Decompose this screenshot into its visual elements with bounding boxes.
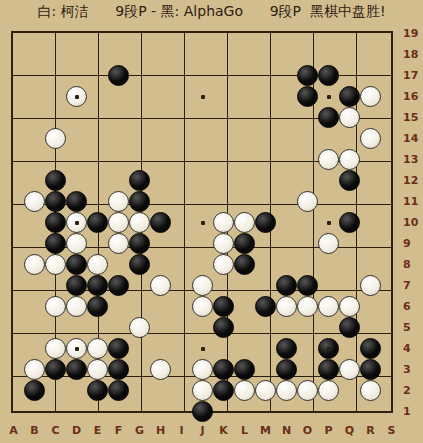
intersection-M14[interactable] (255, 128, 276, 149)
intersection-O18[interactable] (297, 44, 318, 65)
intersection-Q7[interactable] (339, 275, 360, 296)
intersection-P15[interactable] (318, 107, 339, 128)
intersection-Q18[interactable] (339, 44, 360, 65)
intersection-H18[interactable] (150, 44, 171, 65)
intersection-H9[interactable] (150, 233, 171, 254)
intersection-C8[interactable] (45, 254, 66, 275)
intersection-Q11[interactable] (339, 191, 360, 212)
intersection-D3[interactable] (66, 359, 87, 380)
intersection-F4[interactable] (108, 338, 129, 359)
intersection-F1[interactable] (108, 401, 129, 422)
intersection-Q15[interactable] (339, 107, 360, 128)
intersection-O11[interactable] (297, 191, 318, 212)
intersection-G1[interactable] (129, 401, 150, 422)
intersection-E12[interactable] (87, 170, 108, 191)
intersection-R19[interactable] (360, 23, 381, 44)
intersection-M12[interactable] (255, 170, 276, 191)
intersection-G4[interactable] (129, 338, 150, 359)
intersection-B10[interactable] (24, 212, 45, 233)
intersection-Q4[interactable] (339, 338, 360, 359)
intersection-E6[interactable] (87, 296, 108, 317)
intersection-C7[interactable] (45, 275, 66, 296)
intersection-C2[interactable] (45, 380, 66, 401)
intersection-B6[interactable] (24, 296, 45, 317)
intersection-E4[interactable] (87, 338, 108, 359)
intersection-S13[interactable] (381, 149, 402, 170)
intersection-E10[interactable] (87, 212, 108, 233)
intersection-A13[interactable] (3, 149, 24, 170)
intersection-C15[interactable] (45, 107, 66, 128)
intersection-J5[interactable] (192, 317, 213, 338)
intersection-E17[interactable] (87, 65, 108, 86)
intersection-H8[interactable] (150, 254, 171, 275)
intersection-Q17[interactable] (339, 65, 360, 86)
intersection-F13[interactable] (108, 149, 129, 170)
intersection-F6[interactable] (108, 296, 129, 317)
intersection-I4[interactable] (171, 338, 192, 359)
intersection-K15[interactable] (213, 107, 234, 128)
intersection-A19[interactable] (3, 23, 24, 44)
intersection-C18[interactable] (45, 44, 66, 65)
intersection-G15[interactable] (129, 107, 150, 128)
intersection-F2[interactable] (108, 380, 129, 401)
intersection-J1[interactable] (192, 401, 213, 422)
intersection-N2[interactable] (276, 380, 297, 401)
intersection-I2[interactable] (171, 380, 192, 401)
intersection-D2[interactable] (66, 380, 87, 401)
intersection-A8[interactable] (3, 254, 24, 275)
intersection-Q10[interactable] (339, 212, 360, 233)
intersection-J11[interactable] (192, 191, 213, 212)
intersection-G8[interactable] (129, 254, 150, 275)
intersection-L13[interactable] (234, 149, 255, 170)
intersection-Q2[interactable] (339, 380, 360, 401)
intersection-L16[interactable] (234, 86, 255, 107)
intersection-G19[interactable] (129, 23, 150, 44)
intersection-I8[interactable] (171, 254, 192, 275)
intersection-O15[interactable] (297, 107, 318, 128)
intersection-K1[interactable] (213, 401, 234, 422)
intersection-H6[interactable] (150, 296, 171, 317)
intersection-N1[interactable] (276, 401, 297, 422)
intersection-M7[interactable] (255, 275, 276, 296)
intersection-N3[interactable] (276, 359, 297, 380)
intersection-F17[interactable] (108, 65, 129, 86)
intersection-K5[interactable] (213, 317, 234, 338)
intersection-S7[interactable] (381, 275, 402, 296)
intersection-Q16[interactable] (339, 86, 360, 107)
intersection-L8[interactable] (234, 254, 255, 275)
intersection-M10[interactable] (255, 212, 276, 233)
intersection-L19[interactable] (234, 23, 255, 44)
intersection-P13[interactable] (318, 149, 339, 170)
intersection-L12[interactable] (234, 170, 255, 191)
intersection-B5[interactable] (24, 317, 45, 338)
intersection-J13[interactable] (192, 149, 213, 170)
intersection-F16[interactable] (108, 86, 129, 107)
intersection-I18[interactable] (171, 44, 192, 65)
intersection-D6[interactable] (66, 296, 87, 317)
intersection-B9[interactable] (24, 233, 45, 254)
intersection-G2[interactable] (129, 380, 150, 401)
intersection-O16[interactable] (297, 86, 318, 107)
intersection-D5[interactable] (66, 317, 87, 338)
intersection-L17[interactable] (234, 65, 255, 86)
intersection-K8[interactable] (213, 254, 234, 275)
intersection-K13[interactable] (213, 149, 234, 170)
intersection-F14[interactable] (108, 128, 129, 149)
intersection-N10[interactable] (276, 212, 297, 233)
intersection-R3[interactable] (360, 359, 381, 380)
intersection-Q8[interactable] (339, 254, 360, 275)
intersection-O10[interactable] (297, 212, 318, 233)
intersection-S12[interactable] (381, 170, 402, 191)
intersection-F9[interactable] (108, 233, 129, 254)
intersection-I10[interactable] (171, 212, 192, 233)
intersection-B19[interactable] (24, 23, 45, 44)
intersection-K12[interactable] (213, 170, 234, 191)
intersection-A1[interactable] (3, 401, 24, 422)
intersection-M19[interactable] (255, 23, 276, 44)
intersection-G10[interactable] (129, 212, 150, 233)
intersection-G7[interactable] (129, 275, 150, 296)
intersection-S18[interactable] (381, 44, 402, 65)
intersection-K3[interactable] (213, 359, 234, 380)
intersection-B4[interactable] (24, 338, 45, 359)
intersection-A5[interactable] (3, 317, 24, 338)
intersection-M6[interactable] (255, 296, 276, 317)
intersection-R12[interactable] (360, 170, 381, 191)
intersection-O8[interactable] (297, 254, 318, 275)
intersection-F12[interactable] (108, 170, 129, 191)
intersection-H12[interactable] (150, 170, 171, 191)
intersection-C12[interactable] (45, 170, 66, 191)
intersection-F8[interactable] (108, 254, 129, 275)
intersection-A9[interactable] (3, 233, 24, 254)
intersection-O19[interactable] (297, 23, 318, 44)
intersection-E8[interactable] (87, 254, 108, 275)
intersection-F5[interactable] (108, 317, 129, 338)
intersection-S11[interactable] (381, 191, 402, 212)
intersection-D19[interactable] (66, 23, 87, 44)
intersection-L15[interactable] (234, 107, 255, 128)
intersection-S10[interactable] (381, 212, 402, 233)
intersection-O1[interactable] (297, 401, 318, 422)
intersection-M9[interactable] (255, 233, 276, 254)
intersection-A15[interactable] (3, 107, 24, 128)
intersection-S8[interactable] (381, 254, 402, 275)
intersection-E7[interactable] (87, 275, 108, 296)
intersection-D17[interactable] (66, 65, 87, 86)
intersection-Q12[interactable] (339, 170, 360, 191)
intersection-P7[interactable] (318, 275, 339, 296)
intersection-H7[interactable] (150, 275, 171, 296)
intersection-D11[interactable] (66, 191, 87, 212)
intersection-L2[interactable] (234, 380, 255, 401)
intersection-G3[interactable] (129, 359, 150, 380)
intersection-D18[interactable] (66, 44, 87, 65)
intersection-E2[interactable] (87, 380, 108, 401)
intersection-E16[interactable] (87, 86, 108, 107)
intersection-N19[interactable] (276, 23, 297, 44)
intersection-F15[interactable] (108, 107, 129, 128)
intersection-J7[interactable] (192, 275, 213, 296)
intersection-G6[interactable] (129, 296, 150, 317)
intersection-A10[interactable] (3, 212, 24, 233)
intersection-S17[interactable] (381, 65, 402, 86)
intersection-P6[interactable] (318, 296, 339, 317)
intersection-O5[interactable] (297, 317, 318, 338)
intersection-N17[interactable] (276, 65, 297, 86)
intersection-L9[interactable] (234, 233, 255, 254)
intersection-H1[interactable] (150, 401, 171, 422)
intersection-S6[interactable] (381, 296, 402, 317)
intersection-Q3[interactable] (339, 359, 360, 380)
intersection-K18[interactable] (213, 44, 234, 65)
intersection-E1[interactable] (87, 401, 108, 422)
intersection-E9[interactable] (87, 233, 108, 254)
intersection-R9[interactable] (360, 233, 381, 254)
intersection-B14[interactable] (24, 128, 45, 149)
intersection-R7[interactable] (360, 275, 381, 296)
intersection-M3[interactable] (255, 359, 276, 380)
intersection-L3[interactable] (234, 359, 255, 380)
intersection-L18[interactable] (234, 44, 255, 65)
intersection-K2[interactable] (213, 380, 234, 401)
intersection-P18[interactable] (318, 44, 339, 65)
intersection-O2[interactable] (297, 380, 318, 401)
intersection-O7[interactable] (297, 275, 318, 296)
intersection-H19[interactable] (150, 23, 171, 44)
intersection-K10[interactable] (213, 212, 234, 233)
intersection-C14[interactable] (45, 128, 66, 149)
intersection-A11[interactable] (3, 191, 24, 212)
intersection-C6[interactable] (45, 296, 66, 317)
intersection-I11[interactable] (171, 191, 192, 212)
intersection-L6[interactable] (234, 296, 255, 317)
intersection-E3[interactable] (87, 359, 108, 380)
intersection-G5[interactable] (129, 317, 150, 338)
intersection-C1[interactable] (45, 401, 66, 422)
intersection-L4[interactable] (234, 338, 255, 359)
intersection-H3[interactable] (150, 359, 171, 380)
intersection-A6[interactable] (3, 296, 24, 317)
intersection-I16[interactable] (171, 86, 192, 107)
intersection-A12[interactable] (3, 170, 24, 191)
intersection-D8[interactable] (66, 254, 87, 275)
intersection-S3[interactable] (381, 359, 402, 380)
intersection-D14[interactable] (66, 128, 87, 149)
intersection-G9[interactable] (129, 233, 150, 254)
intersection-Q6[interactable] (339, 296, 360, 317)
intersection-G14[interactable] (129, 128, 150, 149)
intersection-H10[interactable] (150, 212, 171, 233)
intersection-C9[interactable] (45, 233, 66, 254)
intersection-D12[interactable] (66, 170, 87, 191)
intersection-N4[interactable] (276, 338, 297, 359)
intersection-N14[interactable] (276, 128, 297, 149)
intersection-J3[interactable] (192, 359, 213, 380)
intersection-H16[interactable] (150, 86, 171, 107)
intersection-R1[interactable] (360, 401, 381, 422)
intersection-M18[interactable] (255, 44, 276, 65)
intersection-O9[interactable] (297, 233, 318, 254)
intersection-R17[interactable] (360, 65, 381, 86)
intersection-B8[interactable] (24, 254, 45, 275)
intersection-D1[interactable] (66, 401, 87, 422)
intersection-P8[interactable] (318, 254, 339, 275)
intersection-C3[interactable] (45, 359, 66, 380)
intersection-E19[interactable] (87, 23, 108, 44)
intersection-B16[interactable] (24, 86, 45, 107)
intersection-M11[interactable] (255, 191, 276, 212)
intersection-I3[interactable] (171, 359, 192, 380)
intersection-R2[interactable] (360, 380, 381, 401)
intersection-C17[interactable] (45, 65, 66, 86)
intersection-R4[interactable] (360, 338, 381, 359)
intersection-J9[interactable] (192, 233, 213, 254)
intersection-N6[interactable] (276, 296, 297, 317)
intersection-K16[interactable] (213, 86, 234, 107)
intersection-N18[interactable] (276, 44, 297, 65)
intersection-H4[interactable] (150, 338, 171, 359)
intersection-K17[interactable] (213, 65, 234, 86)
intersection-B17[interactable] (24, 65, 45, 86)
intersection-P12[interactable] (318, 170, 339, 191)
intersection-G17[interactable] (129, 65, 150, 86)
intersection-N8[interactable] (276, 254, 297, 275)
intersection-D9[interactable] (66, 233, 87, 254)
intersection-F11[interactable] (108, 191, 129, 212)
intersection-K6[interactable] (213, 296, 234, 317)
intersection-M13[interactable] (255, 149, 276, 170)
intersection-I12[interactable] (171, 170, 192, 191)
intersection-N13[interactable] (276, 149, 297, 170)
intersection-O17[interactable] (297, 65, 318, 86)
intersection-H14[interactable] (150, 128, 171, 149)
intersection-G18[interactable] (129, 44, 150, 65)
intersection-I14[interactable] (171, 128, 192, 149)
intersection-F19[interactable] (108, 23, 129, 44)
intersection-O14[interactable] (297, 128, 318, 149)
intersection-Q14[interactable] (339, 128, 360, 149)
intersection-P19[interactable] (318, 23, 339, 44)
intersection-M15[interactable] (255, 107, 276, 128)
intersection-B1[interactable] (24, 401, 45, 422)
intersection-P3[interactable] (318, 359, 339, 380)
intersection-N16[interactable] (276, 86, 297, 107)
intersection-R8[interactable] (360, 254, 381, 275)
intersection-C11[interactable] (45, 191, 66, 212)
intersection-R6[interactable] (360, 296, 381, 317)
intersection-G12[interactable] (129, 170, 150, 191)
intersection-L1[interactable] (234, 401, 255, 422)
intersection-B3[interactable] (24, 359, 45, 380)
intersection-R15[interactable] (360, 107, 381, 128)
intersection-A16[interactable] (3, 86, 24, 107)
intersection-E15[interactable] (87, 107, 108, 128)
intersection-K4[interactable] (213, 338, 234, 359)
intersection-I17[interactable] (171, 65, 192, 86)
intersection-P5[interactable] (318, 317, 339, 338)
intersection-O12[interactable] (297, 170, 318, 191)
intersection-E5[interactable] (87, 317, 108, 338)
intersection-I1[interactable] (171, 401, 192, 422)
intersection-R16[interactable] (360, 86, 381, 107)
intersection-S14[interactable] (381, 128, 402, 149)
intersection-F18[interactable] (108, 44, 129, 65)
intersection-Q1[interactable] (339, 401, 360, 422)
intersection-N11[interactable] (276, 191, 297, 212)
intersection-R10[interactable] (360, 212, 381, 233)
intersection-J15[interactable] (192, 107, 213, 128)
intersection-A3[interactable] (3, 359, 24, 380)
intersection-O4[interactable] (297, 338, 318, 359)
intersection-S9[interactable] (381, 233, 402, 254)
intersection-M5[interactable] (255, 317, 276, 338)
intersection-B13[interactable] (24, 149, 45, 170)
intersection-Q5[interactable] (339, 317, 360, 338)
intersection-L5[interactable] (234, 317, 255, 338)
intersection-M8[interactable] (255, 254, 276, 275)
intersection-H17[interactable] (150, 65, 171, 86)
intersection-J6[interactable] (192, 296, 213, 317)
intersection-H5[interactable] (150, 317, 171, 338)
intersection-I13[interactable] (171, 149, 192, 170)
intersection-M4[interactable] (255, 338, 276, 359)
intersection-E13[interactable] (87, 149, 108, 170)
intersection-A2[interactable] (3, 380, 24, 401)
intersection-L14[interactable] (234, 128, 255, 149)
intersection-S2[interactable] (381, 380, 402, 401)
intersection-L11[interactable] (234, 191, 255, 212)
intersection-F7[interactable] (108, 275, 129, 296)
intersection-Q9[interactable] (339, 233, 360, 254)
intersection-C19[interactable] (45, 23, 66, 44)
intersection-K19[interactable] (213, 23, 234, 44)
intersection-C5[interactable] (45, 317, 66, 338)
intersection-K7[interactable] (213, 275, 234, 296)
intersection-I7[interactable] (171, 275, 192, 296)
intersection-E14[interactable] (87, 128, 108, 149)
intersection-R5[interactable] (360, 317, 381, 338)
intersection-M2[interactable] (255, 380, 276, 401)
intersection-M17[interactable] (255, 65, 276, 86)
intersection-S1[interactable] (381, 401, 402, 422)
intersection-H2[interactable] (150, 380, 171, 401)
intersection-N12[interactable] (276, 170, 297, 191)
intersection-P9[interactable] (318, 233, 339, 254)
intersection-M1[interactable] (255, 401, 276, 422)
intersection-G16[interactable] (129, 86, 150, 107)
intersection-I6[interactable] (171, 296, 192, 317)
intersection-J8[interactable] (192, 254, 213, 275)
intersection-M16[interactable] (255, 86, 276, 107)
intersection-R11[interactable] (360, 191, 381, 212)
intersection-S4[interactable] (381, 338, 402, 359)
intersection-J12[interactable] (192, 170, 213, 191)
intersection-S15[interactable] (381, 107, 402, 128)
intersection-J14[interactable] (192, 128, 213, 149)
intersection-B2[interactable] (24, 380, 45, 401)
intersection-J17[interactable] (192, 65, 213, 86)
intersection-A18[interactable] (3, 44, 24, 65)
intersection-O6[interactable] (297, 296, 318, 317)
intersection-J19[interactable] (192, 23, 213, 44)
intersection-P17[interactable] (318, 65, 339, 86)
intersection-N5[interactable] (276, 317, 297, 338)
intersection-C13[interactable] (45, 149, 66, 170)
